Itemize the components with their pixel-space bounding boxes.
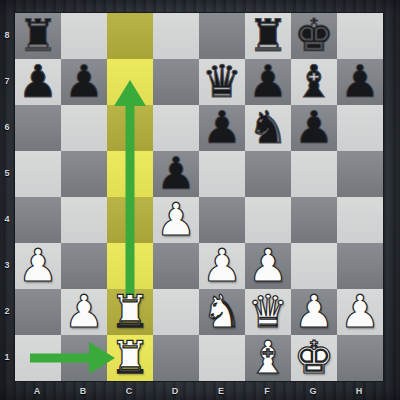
piece-white-pawn: ♟ bbox=[340, 289, 380, 335]
rank-label-3: 3 bbox=[0, 242, 14, 288]
piece-white-pawn: ♟ bbox=[64, 289, 104, 335]
square-e8[interactable] bbox=[199, 13, 245, 59]
square-h1[interactable] bbox=[337, 335, 383, 381]
square-g5[interactable] bbox=[291, 151, 337, 197]
square-g1[interactable]: ♚ bbox=[291, 335, 337, 381]
square-a4[interactable] bbox=[15, 197, 61, 243]
square-b6[interactable] bbox=[61, 105, 107, 151]
square-d3[interactable] bbox=[153, 243, 199, 289]
piece-black-queen: ♛ bbox=[202, 59, 242, 105]
square-f6[interactable]: ♞ bbox=[245, 105, 291, 151]
square-c1[interactable]: ♜ bbox=[107, 335, 153, 381]
piece-black-pawn: ♟ bbox=[18, 59, 58, 105]
file-label-b: B bbox=[60, 381, 106, 400]
piece-white-knight: ♞ bbox=[202, 289, 242, 335]
piece-black-pawn: ♟ bbox=[248, 59, 288, 105]
square-f1[interactable]: ♝ bbox=[245, 335, 291, 381]
square-c6[interactable] bbox=[107, 105, 153, 151]
square-a8[interactable]: ♜ bbox=[15, 13, 61, 59]
rank-label-1: 1 bbox=[0, 334, 14, 380]
rank-label-6: 6 bbox=[0, 104, 14, 150]
square-d6[interactable] bbox=[153, 105, 199, 151]
square-d8[interactable] bbox=[153, 13, 199, 59]
square-b1[interactable] bbox=[61, 335, 107, 381]
square-c4[interactable] bbox=[107, 197, 153, 243]
piece-white-rook: ♜ bbox=[110, 289, 150, 335]
piece-white-pawn: ♟ bbox=[156, 197, 196, 243]
square-h4[interactable] bbox=[337, 197, 383, 243]
piece-black-pawn: ♟ bbox=[156, 151, 196, 197]
file-label-e: E bbox=[198, 381, 244, 400]
square-b3[interactable] bbox=[61, 243, 107, 289]
square-f4[interactable] bbox=[245, 197, 291, 243]
square-g4[interactable] bbox=[291, 197, 337, 243]
square-f7[interactable]: ♟ bbox=[245, 59, 291, 105]
piece-white-pawn: ♟ bbox=[294, 289, 334, 335]
file-label-a: A bbox=[14, 381, 60, 400]
rank-label-7: 7 bbox=[0, 58, 14, 104]
chess-board: ♜♜♚♟♟♛♟♝♟♟♞♟♟♟♟♟♟♟♜♞♛♟♟♜♝♚ bbox=[14, 12, 384, 382]
square-f2[interactable]: ♛ bbox=[245, 289, 291, 335]
square-a1[interactable] bbox=[15, 335, 61, 381]
square-d4[interactable]: ♟ bbox=[153, 197, 199, 243]
piece-white-pawn: ♟ bbox=[248, 243, 288, 289]
square-a7[interactable]: ♟ bbox=[15, 59, 61, 105]
square-d2[interactable] bbox=[153, 289, 199, 335]
square-e5[interactable] bbox=[199, 151, 245, 197]
square-b2[interactable]: ♟ bbox=[61, 289, 107, 335]
square-b7[interactable]: ♟ bbox=[61, 59, 107, 105]
square-e4[interactable] bbox=[199, 197, 245, 243]
piece-white-rook: ♜ bbox=[110, 335, 150, 381]
square-d7[interactable] bbox=[153, 59, 199, 105]
rank-label-2: 2 bbox=[0, 288, 14, 334]
square-c8[interactable] bbox=[107, 13, 153, 59]
piece-black-pawn: ♟ bbox=[202, 105, 242, 151]
square-g8[interactable]: ♚ bbox=[291, 13, 337, 59]
square-e1[interactable] bbox=[199, 335, 245, 381]
square-a2[interactable] bbox=[15, 289, 61, 335]
square-h3[interactable] bbox=[337, 243, 383, 289]
square-b5[interactable] bbox=[61, 151, 107, 197]
square-h8[interactable] bbox=[337, 13, 383, 59]
square-c2[interactable]: ♜ bbox=[107, 289, 153, 335]
square-a5[interactable] bbox=[15, 151, 61, 197]
rank-label-8: 8 bbox=[0, 12, 14, 58]
square-a6[interactable] bbox=[15, 105, 61, 151]
square-g7[interactable]: ♝ bbox=[291, 59, 337, 105]
square-f3[interactable]: ♟ bbox=[245, 243, 291, 289]
file-label-h: H bbox=[336, 381, 382, 400]
piece-white-king: ♚ bbox=[294, 335, 334, 381]
square-d1[interactable] bbox=[153, 335, 199, 381]
square-a3[interactable]: ♟ bbox=[15, 243, 61, 289]
square-c7[interactable] bbox=[107, 59, 153, 105]
square-h7[interactable]: ♟ bbox=[337, 59, 383, 105]
square-g2[interactable]: ♟ bbox=[291, 289, 337, 335]
piece-white-pawn: ♟ bbox=[18, 243, 58, 289]
square-e7[interactable]: ♛ bbox=[199, 59, 245, 105]
square-h2[interactable]: ♟ bbox=[337, 289, 383, 335]
piece-black-pawn: ♟ bbox=[340, 59, 380, 105]
square-e6[interactable]: ♟ bbox=[199, 105, 245, 151]
rank-labels: 87654321 bbox=[0, 12, 14, 380]
piece-white-pawn: ♟ bbox=[202, 243, 242, 289]
square-b4[interactable] bbox=[61, 197, 107, 243]
square-h5[interactable] bbox=[337, 151, 383, 197]
piece-black-rook: ♜ bbox=[248, 13, 288, 59]
square-e3[interactable]: ♟ bbox=[199, 243, 245, 289]
chess-board-diagram: 87654321 ABCDEFGH ♜♜♚♟♟♛♟♝♟♟♞♟♟♟♟♟♟♟♜♞♛♟… bbox=[0, 0, 400, 400]
piece-black-king: ♚ bbox=[294, 13, 334, 59]
square-g6[interactable]: ♟ bbox=[291, 105, 337, 151]
square-b8[interactable] bbox=[61, 13, 107, 59]
file-label-d: D bbox=[152, 381, 198, 400]
piece-black-pawn: ♟ bbox=[294, 105, 334, 151]
piece-black-bishop: ♝ bbox=[294, 59, 334, 105]
square-d5[interactable]: ♟ bbox=[153, 151, 199, 197]
rank-label-4: 4 bbox=[0, 196, 14, 242]
piece-black-rook: ♜ bbox=[18, 13, 58, 59]
square-c5[interactable] bbox=[107, 151, 153, 197]
square-f5[interactable] bbox=[245, 151, 291, 197]
rank-label-5: 5 bbox=[0, 150, 14, 196]
piece-white-bishop: ♝ bbox=[248, 335, 288, 381]
square-h6[interactable] bbox=[337, 105, 383, 151]
square-c3[interactable] bbox=[107, 243, 153, 289]
square-e2[interactable]: ♞ bbox=[199, 289, 245, 335]
piece-white-queen: ♛ bbox=[248, 289, 288, 335]
piece-black-pawn: ♟ bbox=[64, 59, 104, 105]
square-f8[interactable]: ♜ bbox=[245, 13, 291, 59]
piece-black-knight: ♞ bbox=[248, 105, 288, 151]
square-g3[interactable] bbox=[291, 243, 337, 289]
